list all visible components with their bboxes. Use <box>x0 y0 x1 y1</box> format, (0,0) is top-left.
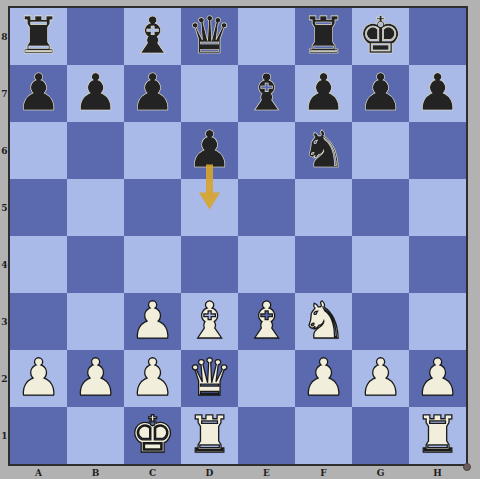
square-e8[interactable] <box>238 8 295 65</box>
square-f1[interactable] <box>295 407 352 464</box>
piece-black-pawn[interactable]: ♟ <box>415 67 461 118</box>
piece-black-knight[interactable]: ♞ <box>301 124 347 175</box>
square-e7[interactable]: ♝ <box>238 65 295 122</box>
piece-black-pawn[interactable]: ♟ <box>301 67 347 118</box>
square-a4[interactable] <box>10 236 67 293</box>
square-a1[interactable] <box>10 407 67 464</box>
piece-black-pawn[interactable]: ♟ <box>187 124 233 175</box>
square-a5[interactable] <box>10 179 67 236</box>
square-d6[interactable]: ♟ <box>181 122 238 179</box>
square-d2[interactable]: ♛ <box>181 350 238 407</box>
square-d5[interactable] <box>181 179 238 236</box>
file-label-d: D <box>181 466 238 479</box>
chess-board[interactable]: ♜♝♛♜♚♟♟♟♝♟♟♟♟♞♟♝♝♞♟♟♟♛♟♟♟♚♜♜ <box>10 8 466 464</box>
square-f8[interactable]: ♜ <box>295 8 352 65</box>
square-f6[interactable]: ♞ <box>295 122 352 179</box>
piece-white-pawn[interactable]: ♟ <box>301 352 347 403</box>
piece-white-bishop[interactable]: ♝ <box>244 295 290 346</box>
file-label-b: B <box>67 466 124 479</box>
square-a8[interactable]: ♜ <box>10 8 67 65</box>
square-d7[interactable] <box>181 65 238 122</box>
square-e3[interactable]: ♝ <box>238 293 295 350</box>
square-e6[interactable] <box>238 122 295 179</box>
square-f2[interactable]: ♟ <box>295 350 352 407</box>
square-c3[interactable]: ♟ <box>124 293 181 350</box>
square-a2[interactable]: ♟ <box>10 350 67 407</box>
square-h2[interactable]: ♟ <box>409 350 466 407</box>
piece-black-pawn[interactable]: ♟ <box>73 67 119 118</box>
square-d1[interactable]: ♜ <box>181 407 238 464</box>
square-c8[interactable]: ♝ <box>124 8 181 65</box>
square-g7[interactable]: ♟ <box>352 65 409 122</box>
square-h4[interactable] <box>409 236 466 293</box>
square-f3[interactable]: ♞ <box>295 293 352 350</box>
square-a6[interactable] <box>10 122 67 179</box>
square-c1[interactable]: ♚ <box>124 407 181 464</box>
file-labels: ABCDEFGH <box>10 466 466 479</box>
square-a3[interactable] <box>10 293 67 350</box>
square-e4[interactable] <box>238 236 295 293</box>
square-c4[interactable] <box>124 236 181 293</box>
square-c5[interactable] <box>124 179 181 236</box>
square-b7[interactable]: ♟ <box>67 65 124 122</box>
piece-white-pawn[interactable]: ♟ <box>73 352 119 403</box>
square-c2[interactable]: ♟ <box>124 350 181 407</box>
file-label-g: G <box>352 466 409 479</box>
piece-black-queen[interactable]: ♛ <box>187 10 233 61</box>
square-h7[interactable]: ♟ <box>409 65 466 122</box>
file-label-c: C <box>124 466 181 479</box>
square-e1[interactable] <box>238 407 295 464</box>
file-label-e: E <box>238 466 295 479</box>
square-g4[interactable] <box>352 236 409 293</box>
square-h3[interactable] <box>409 293 466 350</box>
board-frame: ♜♝♛♜♚♟♟♟♝♟♟♟♟♞♟♝♝♞♟♟♟♛♟♟♟♚♜♜ <box>8 6 468 466</box>
square-a7[interactable]: ♟ <box>10 65 67 122</box>
square-b3[interactable] <box>67 293 124 350</box>
file-label-h: H <box>409 466 466 479</box>
chess-board-widget: 87654321 ♜♝♛♜♚♟♟♟♝♟♟♟♟♞♟♝♝♞♟♟♟♛♟♟♟♚♜♜ AB… <box>0 0 480 479</box>
square-b2[interactable]: ♟ <box>67 350 124 407</box>
piece-black-rook[interactable]: ♜ <box>301 10 347 61</box>
square-g1[interactable] <box>352 407 409 464</box>
square-c7[interactable]: ♟ <box>124 65 181 122</box>
square-d8[interactable]: ♛ <box>181 8 238 65</box>
square-g2[interactable]: ♟ <box>352 350 409 407</box>
piece-black-bishop[interactable]: ♝ <box>130 10 176 61</box>
piece-white-rook[interactable]: ♜ <box>415 409 461 460</box>
piece-white-bishop[interactable]: ♝ <box>187 295 233 346</box>
file-label-a: A <box>10 466 67 479</box>
piece-black-bishop[interactable]: ♝ <box>244 67 290 118</box>
piece-white-king[interactable]: ♚ <box>130 409 176 460</box>
piece-white-pawn[interactable]: ♟ <box>16 352 62 403</box>
piece-black-rook[interactable]: ♜ <box>16 10 62 61</box>
file-label-f: F <box>295 466 352 479</box>
piece-white-knight[interactable]: ♞ <box>301 295 347 346</box>
piece-white-pawn[interactable]: ♟ <box>358 352 404 403</box>
piece-black-king[interactable]: ♚ <box>358 10 404 61</box>
square-b8[interactable] <box>67 8 124 65</box>
piece-black-pawn[interactable]: ♟ <box>358 67 404 118</box>
square-g3[interactable] <box>352 293 409 350</box>
square-b1[interactable] <box>67 407 124 464</box>
square-f4[interactable] <box>295 236 352 293</box>
square-h5[interactable] <box>409 179 466 236</box>
square-g6[interactable] <box>352 122 409 179</box>
square-h8[interactable] <box>409 8 466 65</box>
square-d4[interactable] <box>181 236 238 293</box>
piece-black-pawn[interactable]: ♟ <box>16 67 62 118</box>
piece-white-rook[interactable]: ♜ <box>187 409 233 460</box>
piece-white-pawn[interactable]: ♟ <box>130 352 176 403</box>
square-c6[interactable] <box>124 122 181 179</box>
square-g5[interactable] <box>352 179 409 236</box>
square-e2[interactable] <box>238 350 295 407</box>
square-h6[interactable] <box>409 122 466 179</box>
piece-white-pawn[interactable]: ♟ <box>415 352 461 403</box>
square-f7[interactable]: ♟ <box>295 65 352 122</box>
square-b5[interactable] <box>67 179 124 236</box>
square-e5[interactable] <box>238 179 295 236</box>
square-b4[interactable] <box>67 236 124 293</box>
piece-black-pawn[interactable]: ♟ <box>130 67 176 118</box>
square-f5[interactable] <box>295 179 352 236</box>
square-d3[interactable]: ♝ <box>181 293 238 350</box>
piece-white-queen[interactable]: ♛ <box>187 352 233 403</box>
square-h1[interactable]: ♜ <box>409 407 466 464</box>
resize-grip-dot[interactable] <box>463 463 471 471</box>
square-g8[interactable]: ♚ <box>352 8 409 65</box>
piece-white-pawn[interactable]: ♟ <box>130 295 176 346</box>
square-b6[interactable] <box>67 122 124 179</box>
